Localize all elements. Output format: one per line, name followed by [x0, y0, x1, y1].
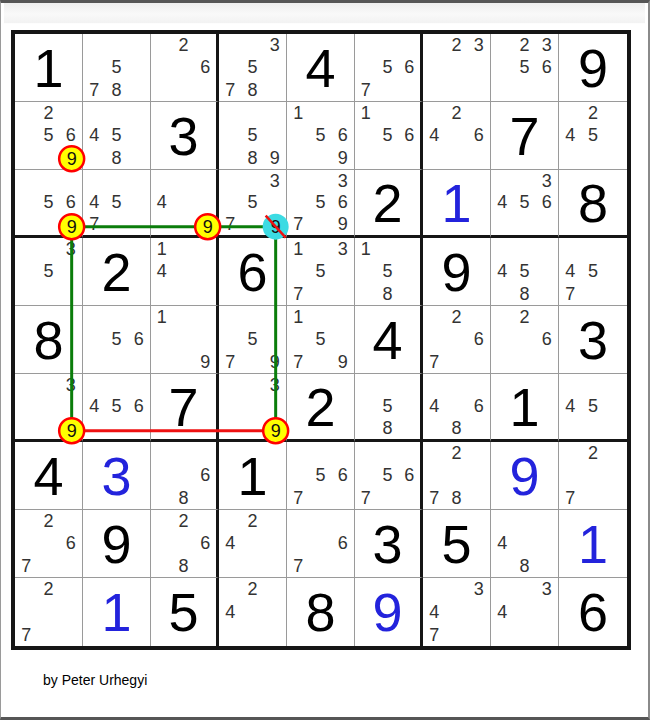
candidate-2[interactable]: 2: [582, 442, 605, 464]
candidate-5[interactable]: 5: [309, 464, 331, 486]
candidate-7[interactable]: 7: [287, 283, 309, 305]
cell-r5c7[interactable]: 267: [423, 306, 491, 374]
candidate-empty: [377, 79, 399, 101]
cell-r9c4[interactable]: 24: [219, 578, 287, 646]
candidate-9[interactable]: 9: [264, 417, 286, 439]
candidate-4[interactable]: 4: [151, 192, 173, 214]
cell-r9c3[interactable]: 5: [151, 578, 219, 646]
candidate-9[interactable]: 9: [264, 351, 286, 373]
candidate-6[interactable]: 6: [194, 532, 216, 554]
cell-r9c7[interactable]: 347: [423, 578, 491, 646]
candidate-7[interactable]: 7: [423, 487, 445, 509]
cell-r4c6[interactable]: 158: [355, 238, 423, 306]
candidate-8[interactable]: 8: [445, 417, 467, 439]
candidate-8[interactable]: 8: [377, 417, 399, 439]
candidate-1[interactable]: 1: [151, 238, 173, 260]
candidate-empty: [559, 464, 582, 486]
candidate-5[interactable]: 5: [513, 260, 535, 282]
candidate-empty: [15, 510, 37, 532]
cell-r6c3[interactable]: 7: [151, 374, 219, 442]
candidate-empty: [398, 442, 420, 464]
candidate-6[interactable]: 6: [398, 56, 420, 78]
candidate-empty: [513, 351, 535, 373]
candidate-empty: [582, 147, 605, 169]
candidate-3[interactable]: 3: [60, 238, 82, 260]
candidate-2[interactable]: 2: [445, 442, 467, 464]
candidate-1[interactable]: 1: [287, 238, 309, 260]
candidate-5[interactable]: 5: [582, 260, 605, 282]
candidate-empty: [60, 601, 82, 624]
cell-r4c2[interactable]: 2: [83, 238, 151, 306]
candidate-5[interactable]: 5: [377, 396, 399, 418]
candidate-empty: [151, 213, 173, 235]
cell-r8c6[interactable]: 3: [355, 510, 423, 578]
cell-r8c3[interactable]: 268: [151, 510, 219, 578]
cell-r6c9[interactable]: 45: [559, 374, 627, 442]
candidate-2[interactable]: 2: [37, 578, 59, 601]
candidate-6[interactable]: 6: [536, 192, 558, 214]
cell-r9c8[interactable]: 34: [491, 578, 559, 646]
candidate-4[interactable]: 4: [491, 532, 513, 554]
candidate-8[interactable]: 8: [513, 555, 535, 577]
candidate-empty: [151, 79, 173, 101]
cell-r6c7[interactable]: 468: [423, 374, 491, 442]
cell-r4c1[interactable]: 35: [15, 238, 83, 306]
cell-r9c9[interactable]: 6: [559, 578, 627, 646]
cell-r5c3[interactable]: 19: [151, 306, 219, 374]
candidate-4[interactable]: 4: [219, 601, 241, 624]
candidate-6[interactable]: 6: [128, 396, 150, 418]
cell-r3c9[interactable]: 8: [559, 170, 627, 238]
cell-r2c8[interactable]: 7: [491, 102, 559, 170]
candidate-empty: [219, 192, 241, 214]
candidate-7[interactable]: 7: [423, 623, 445, 646]
candidate-empty: [423, 328, 445, 350]
cell-r1c1[interactable]: 1: [15, 34, 83, 102]
candidate-empty: [377, 238, 399, 260]
candidate-6[interactable]: 6: [468, 124, 490, 146]
candidate-empty: [194, 306, 216, 328]
pencil-marks: 19: [151, 306, 216, 373]
candidate-empty: [173, 213, 195, 235]
cell-r7c4[interactable]: 1: [219, 442, 287, 510]
cell-r2c1[interactable]: 2569: [15, 102, 83, 170]
given-digit: 2: [305, 380, 335, 434]
candidate-9[interactable]: 9: [264, 213, 286, 235]
candidate-9[interactable]: 9: [60, 147, 82, 169]
candidate-empty: [309, 147, 331, 169]
pencil-marks: 68: [151, 442, 216, 509]
candidate-5[interactable]: 5: [241, 124, 263, 146]
candidate-5[interactable]: 5: [377, 124, 399, 146]
candidate-7[interactable]: 7: [355, 487, 377, 509]
candidate-empty: [151, 351, 173, 373]
candidate-9[interactable]: 9: [60, 417, 82, 439]
cell-r4c8[interactable]: 458: [491, 238, 559, 306]
candidate-2[interactable]: 2: [445, 102, 467, 124]
candidate-3[interactable]: 3: [536, 170, 558, 192]
candidate-empty: [105, 102, 127, 124]
candidate-empty: [219, 555, 241, 577]
candidate-5[interactable]: 5: [513, 56, 535, 78]
candidate-6[interactable]: 6: [398, 124, 420, 146]
candidate-7[interactable]: 7: [287, 351, 309, 373]
pencil-marks: 578: [83, 34, 150, 101]
cell-r3c2[interactable]: 457: [83, 170, 151, 238]
cell-r5c1[interactable]: 8: [15, 306, 83, 374]
pencil-marks: 67: [287, 510, 354, 577]
pencil-marks: 246: [423, 102, 490, 169]
candidate-5[interactable]: 5: [37, 260, 59, 282]
candidate-empty: [15, 170, 37, 192]
cell-r5c9[interactable]: 3: [559, 306, 627, 374]
cell-r2c2[interactable]: 458: [83, 102, 151, 170]
candidate-3[interactable]: 3: [60, 374, 82, 396]
cell-r1c6[interactable]: 567: [355, 34, 423, 102]
candidate-empty: [536, 283, 558, 305]
candidate-3[interactable]: 3: [468, 578, 490, 601]
candidate-6[interactable]: 6: [60, 124, 82, 146]
candidate-4[interactable]: 4: [559, 260, 582, 282]
cell-r9c5[interactable]: 8: [287, 578, 355, 646]
cell-r7c1[interactable]: 4: [15, 442, 83, 510]
given-digit: 4: [372, 313, 402, 367]
candidate-empty: [241, 396, 263, 418]
candidate-2[interactable]: 2: [37, 510, 59, 532]
candidate-empty: [604, 442, 627, 464]
candidate-7[interactable]: 7: [287, 487, 309, 509]
candidate-8[interactable]: 8: [377, 283, 399, 305]
candidate-6[interactable]: 6: [60, 192, 82, 214]
candidate-8[interactable]: 8: [173, 487, 195, 509]
cell-r1c9[interactable]: 9: [559, 34, 627, 102]
candidate-9[interactable]: 9: [332, 147, 354, 169]
candidate-9[interactable]: 9: [194, 213, 216, 235]
cell-r5c8[interactable]: 26: [491, 306, 559, 374]
candidate-empty: [241, 170, 263, 192]
cell-r1c8[interactable]: 2356: [491, 34, 559, 102]
candidate-empty: [37, 170, 59, 192]
candidate-6[interactable]: 6: [468, 328, 490, 350]
candidate-3[interactable]: 3: [264, 170, 286, 192]
cell-r7c2[interactable]: 3: [83, 442, 151, 510]
candidate-4[interactable]: 4: [491, 260, 513, 282]
cell-r2c7[interactable]: 246: [423, 102, 491, 170]
cell-r6c6[interactable]: 58: [355, 374, 423, 442]
candidate-7[interactable]: 7: [219, 79, 241, 101]
candidate-3[interactable]: 3: [536, 578, 558, 601]
candidate-2[interactable]: 2: [445, 34, 467, 56]
candidate-empty: [355, 56, 377, 78]
cell-r7c6[interactable]: 567: [355, 442, 423, 510]
cell-r7c3[interactable]: 68: [151, 442, 219, 510]
cell-r7c8[interactable]: 9: [491, 442, 559, 510]
candidate-6[interactable]: 6: [332, 124, 354, 146]
cell-r8c1[interactable]: 267: [15, 510, 83, 578]
candidate-6[interactable]: 6: [536, 56, 558, 78]
cell-r2c4[interactable]: 589: [219, 102, 287, 170]
candidate-6[interactable]: 6: [194, 464, 216, 486]
cell-r7c9[interactable]: 27: [559, 442, 627, 510]
candidate-5[interactable]: 5: [241, 328, 263, 350]
candidate-5[interactable]: 5: [105, 396, 127, 418]
cell-r1c7[interactable]: 23: [423, 34, 491, 102]
pencil-marks: 35: [15, 238, 82, 305]
candidate-4[interactable]: 4: [423, 396, 445, 418]
candidate-empty: [468, 623, 490, 646]
candidate-empty: [219, 374, 241, 396]
candidate-empty: [60, 510, 82, 532]
candidate-7[interactable]: 7: [559, 283, 582, 305]
cell-r2c5[interactable]: 1569: [287, 102, 355, 170]
candidate-4[interactable]: 4: [423, 124, 445, 146]
cell-r3c4[interactable]: 3579: [219, 170, 287, 238]
cell-r9c1[interactable]: 27: [15, 578, 83, 646]
candidate-8[interactable]: 8: [513, 283, 535, 305]
candidate-1[interactable]: 1: [287, 102, 309, 124]
cell-r4c7[interactable]: 9: [423, 238, 491, 306]
candidate-7[interactable]: 7: [287, 213, 309, 235]
candidate-4[interactable]: 4: [491, 192, 513, 214]
candidate-9[interactable]: 9: [332, 213, 354, 235]
candidate-6[interactable]: 6: [468, 396, 490, 418]
candidate-7[interactable]: 7: [83, 79, 105, 101]
candidate-1[interactable]: 1: [355, 238, 377, 260]
cell-r1c3[interactable]: 26: [151, 34, 219, 102]
candidate-empty: [423, 102, 445, 124]
cell-r2c3[interactable]: 3: [151, 102, 219, 170]
cell-r4c3[interactable]: 14: [151, 238, 219, 306]
candidate-empty: [15, 192, 37, 214]
cell-r3c3[interactable]: 49: [151, 170, 219, 238]
candidate-4[interactable]: 4: [83, 192, 105, 214]
cell-r8c8[interactable]: 48: [491, 510, 559, 578]
candidate-3[interactable]: 3: [264, 374, 286, 396]
candidate-6[interactable]: 6: [332, 532, 354, 554]
pencil-marks: 1569: [287, 102, 354, 169]
candidate-9[interactable]: 9: [194, 351, 216, 373]
candidate-4[interactable]: 4: [559, 396, 582, 418]
cell-r3c1[interactable]: 569: [15, 170, 83, 238]
cell-r3c5[interactable]: 35679: [287, 170, 355, 238]
cell-r7c5[interactable]: 567: [287, 442, 355, 510]
candidate-4[interactable]: 4: [423, 601, 445, 624]
candidate-9[interactable]: 9: [264, 147, 286, 169]
candidate-7[interactable]: 7: [15, 623, 37, 646]
cell-r8c7[interactable]: 5: [423, 510, 491, 578]
candidate-empty: [241, 623, 263, 646]
candidate-3[interactable]: 3: [332, 238, 354, 260]
candidate-empty: [491, 283, 513, 305]
candidate-5[interactable]: 5: [241, 192, 263, 214]
candidate-empty: [377, 374, 399, 396]
cell-r3c8[interactable]: 3456: [491, 170, 559, 238]
candidate-5[interactable]: 5: [105, 192, 127, 214]
candidate-7[interactable]: 7: [83, 213, 105, 235]
candidate-4[interactable]: 4: [83, 124, 105, 146]
candidate-5[interactable]: 5: [513, 192, 535, 214]
candidate-6[interactable]: 6: [128, 328, 150, 350]
cell-r1c5[interactable]: 4: [287, 34, 355, 102]
candidate-4[interactable]: 4: [219, 532, 241, 554]
candidate-3[interactable]: 3: [332, 170, 354, 192]
candidate-5[interactable]: 5: [377, 464, 399, 486]
candidate-5[interactable]: 5: [582, 124, 605, 146]
cell-r3c7[interactable]: 1: [423, 170, 491, 238]
candidate-2[interactable]: 2: [241, 510, 263, 532]
cell-r8c4[interactable]: 24: [219, 510, 287, 578]
candidate-empty: [15, 601, 37, 624]
pencil-marks: 245: [559, 102, 627, 169]
pencil-marks: 3579: [219, 170, 286, 235]
candidate-8[interactable]: 8: [241, 147, 263, 169]
candidate-2[interactable]: 2: [173, 34, 195, 56]
candidate-6[interactable]: 6: [60, 532, 82, 554]
given-digit: 3: [578, 313, 608, 367]
candidate-3[interactable]: 3: [264, 34, 286, 56]
cell-r6c1[interactable]: 39: [15, 374, 83, 442]
candidate-2[interactable]: 2: [37, 102, 59, 124]
given-digit: 7: [168, 380, 198, 434]
candidate-7[interactable]: 7: [355, 79, 377, 101]
candidate-empty: [445, 124, 467, 146]
candidate-empty: [287, 464, 309, 486]
candidate-7[interactable]: 7: [219, 351, 241, 373]
candidate-6[interactable]: 6: [332, 192, 354, 214]
candidate-4[interactable]: 4: [491, 601, 513, 624]
candidate-2[interactable]: 2: [513, 306, 535, 328]
cell-r1c2[interactable]: 578: [83, 34, 151, 102]
candidate-5[interactable]: 5: [105, 124, 127, 146]
candidate-empty: [60, 102, 82, 124]
candidate-8[interactable]: 8: [173, 555, 195, 577]
candidate-6[interactable]: 6: [536, 328, 558, 350]
pencil-marks: 457: [559, 238, 627, 305]
candidate-empty: [128, 417, 150, 439]
candidate-5[interactable]: 5: [37, 124, 59, 146]
candidate-7[interactable]: 7: [559, 487, 582, 509]
cell-r1c4[interactable]: 3578: [219, 34, 287, 102]
cell-r4c5[interactable]: 1357: [287, 238, 355, 306]
candidate-5[interactable]: 5: [309, 260, 331, 282]
given-digit: 1: [33, 41, 63, 95]
candidate-4[interactable]: 4: [559, 124, 582, 146]
cell-r9c2[interactable]: 1: [83, 578, 151, 646]
candidate-empty: [264, 532, 286, 554]
cell-r6c8[interactable]: 1: [491, 374, 559, 442]
candidate-7[interactable]: 7: [287, 555, 309, 577]
candidate-6[interactable]: 6: [332, 464, 354, 486]
cell-r9c6[interactable]: 9: [355, 578, 423, 646]
candidate-empty: [491, 510, 513, 532]
candidate-empty: [105, 213, 127, 235]
candidate-5[interactable]: 5: [309, 124, 331, 146]
candidate-5[interactable]: 5: [309, 328, 331, 350]
candidate-5[interactable]: 5: [105, 328, 127, 350]
candidate-5[interactable]: 5: [377, 56, 399, 78]
candidate-5[interactable]: 5: [377, 260, 399, 282]
candidate-empty: [194, 79, 216, 101]
candidate-empty: [128, 213, 150, 235]
candidate-empty: [83, 34, 105, 56]
cell-r2c9[interactable]: 245: [559, 102, 627, 170]
cell-r5c4[interactable]: 579: [219, 306, 287, 374]
cell-r5c6[interactable]: 4: [355, 306, 423, 374]
candidate-9[interactable]: 9: [332, 351, 354, 373]
candidate-8[interactable]: 8: [105, 147, 127, 169]
candidate-empty: [513, 238, 535, 260]
candidate-8[interactable]: 8: [105, 79, 127, 101]
cell-r8c5[interactable]: 67: [287, 510, 355, 578]
candidate-1[interactable]: 1: [151, 306, 173, 328]
candidate-7[interactable]: 7: [423, 351, 445, 373]
candidate-8[interactable]: 8: [445, 487, 467, 509]
candidate-empty: [15, 417, 37, 439]
candidate-5[interactable]: 5: [309, 192, 331, 214]
solved-digit: 1: [441, 176, 471, 230]
candidate-empty: [287, 328, 309, 350]
candidate-3[interactable]: 3: [468, 34, 490, 56]
candidate-empty: [264, 328, 286, 350]
cell-r3c6[interactable]: 2: [355, 170, 423, 238]
candidate-5[interactable]: 5: [241, 56, 263, 78]
cell-r4c9[interactable]: 457: [559, 238, 627, 306]
cell-r4c4[interactable]: 6: [219, 238, 287, 306]
cell-r6c5[interactable]: 2: [287, 374, 355, 442]
candidate-empty: [15, 213, 37, 235]
candidate-8[interactable]: 8: [241, 79, 263, 101]
candidate-empty: [559, 442, 582, 464]
cell-r2c6[interactable]: 156: [355, 102, 423, 170]
candidate-5[interactable]: 5: [37, 192, 59, 214]
candidate-empty: [309, 102, 331, 124]
candidate-2[interactable]: 2: [241, 578, 263, 601]
candidate-7[interactable]: 7: [15, 555, 37, 577]
candidate-4[interactable]: 4: [83, 396, 105, 418]
candidate-1[interactable]: 1: [355, 102, 377, 124]
given-digit: 8: [305, 585, 335, 639]
candidate-empty: [536, 601, 558, 624]
candidate-2[interactable]: 2: [513, 34, 535, 56]
candidate-empty: [491, 306, 513, 328]
sudoku-board[interactable]: 1578263578456723235692569458358915691562…: [11, 30, 631, 650]
cell-r6c4[interactable]: 39: [219, 374, 287, 442]
candidate-1[interactable]: 1: [287, 306, 309, 328]
cell-r8c9[interactable]: 1: [559, 510, 627, 578]
candidate-empty: [105, 374, 127, 396]
candidate-4[interactable]: 4: [151, 260, 173, 282]
candidate-empty: [468, 79, 490, 101]
candidate-9[interactable]: 9: [60, 213, 82, 235]
candidate-empty: [445, 351, 467, 373]
candidate-2[interactable]: 2: [582, 102, 605, 124]
cell-r5c2[interactable]: 56: [83, 306, 151, 374]
cell-r8c2[interactable]: 9: [83, 510, 151, 578]
candidate-6[interactable]: 6: [194, 56, 216, 78]
cell-r5c5[interactable]: 1579: [287, 306, 355, 374]
candidate-2[interactable]: 2: [445, 306, 467, 328]
candidate-5[interactable]: 5: [582, 396, 605, 418]
cell-r6c2[interactable]: 456: [83, 374, 151, 442]
cell-r7c7[interactable]: 278: [423, 442, 491, 510]
candidate-7[interactable]: 7: [219, 213, 241, 235]
candidate-6[interactable]: 6: [398, 464, 420, 486]
candidate-3[interactable]: 3: [536, 34, 558, 56]
candidate-2[interactable]: 2: [173, 510, 195, 532]
candidate-5[interactable]: 5: [105, 56, 127, 78]
candidate-empty: [468, 56, 490, 78]
candidate-empty: [559, 374, 582, 396]
